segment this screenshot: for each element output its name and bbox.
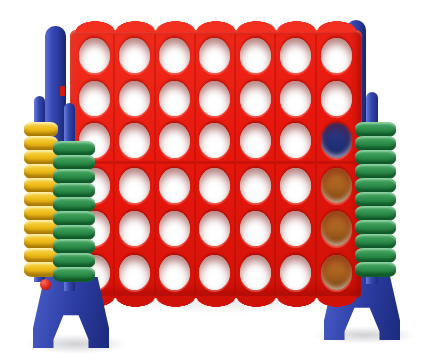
green-disc: [53, 239, 95, 254]
board-cell-c6r6[interactable]: [276, 251, 316, 294]
board-hole: [321, 38, 352, 73]
board-cell-c2r4[interactable]: [115, 164, 155, 207]
board-cell-c5r2[interactable]: [236, 77, 276, 120]
board-hole: [280, 81, 311, 116]
board-cell-c7r1[interactable]: [317, 34, 357, 77]
green-disc: [53, 169, 95, 184]
board-hole: [321, 211, 352, 246]
board-hole: [240, 211, 271, 246]
board-hole: [199, 168, 230, 203]
green-disc: [355, 248, 396, 263]
board-grid: [75, 34, 357, 294]
board-cell-c5r3[interactable]: [236, 121, 276, 164]
green-disc: [53, 183, 95, 198]
board-hole: [321, 123, 352, 158]
green-disc: [53, 267, 95, 282]
board-hole: [199, 123, 230, 158]
red-logo-chip: [60, 86, 65, 96]
board-cell-c5r4[interactable]: [236, 164, 276, 207]
green-disc: [355, 192, 396, 207]
board-cell-c2r1[interactable]: [115, 34, 155, 77]
board-cell-c6r5[interactable]: [276, 207, 316, 250]
board-cell-c3r6[interactable]: [156, 251, 196, 294]
green-disc: [53, 211, 95, 226]
board-hole: [321, 255, 352, 290]
board-cell-c1r2[interactable]: [75, 77, 115, 120]
board-cell-c2r6[interactable]: [115, 251, 155, 294]
board-hole: [240, 123, 271, 158]
board-cell-c7r5[interactable]: [317, 207, 357, 250]
board-hole: [280, 38, 311, 73]
board-scallop-bottom: [75, 296, 357, 308]
board-scallop-top: [75, 20, 357, 32]
green-disc: [355, 234, 396, 249]
board-cell-c4r4[interactable]: [196, 164, 236, 207]
board-hole: [280, 211, 311, 246]
board-hole: [280, 123, 311, 158]
board-cell-c6r4[interactable]: [276, 164, 316, 207]
green-disc: [53, 225, 95, 240]
board-cell-c4r6[interactable]: [196, 251, 236, 294]
board-cell-c4r2[interactable]: [196, 77, 236, 120]
board-hole: [280, 255, 311, 290]
yellow-disc: [24, 122, 58, 137]
board-cell-c2r2[interactable]: [115, 77, 155, 120]
right-green-disc-stack: [355, 123, 396, 277]
board-hole: [199, 81, 230, 116]
green-disc: [53, 155, 95, 170]
board-cell-c7r4[interactable]: [317, 164, 357, 207]
board-hole: [119, 81, 150, 116]
board-hole: [240, 38, 271, 73]
board-hole: [119, 168, 150, 203]
board-cell-c5r6[interactable]: [236, 251, 276, 294]
board-hole: [119, 211, 150, 246]
board-hole: [79, 81, 110, 116]
green-disc: [355, 262, 396, 277]
board-hole: [159, 211, 190, 246]
board-cell-c6r1[interactable]: [276, 34, 316, 77]
board-hole: [240, 168, 271, 203]
board-cell-c2r3[interactable]: [115, 121, 155, 164]
board-hole: [159, 38, 190, 73]
green-disc: [355, 136, 396, 151]
green-disc: [355, 220, 396, 235]
green-disc: [355, 150, 396, 165]
board-cell-c4r5[interactable]: [196, 207, 236, 250]
board-hole: [119, 123, 150, 158]
board-cell-c1r1[interactable]: [75, 34, 115, 77]
board-cell-c2r5[interactable]: [115, 207, 155, 250]
green-disc: [355, 164, 396, 179]
green-disc: [53, 141, 95, 156]
green-disc: [355, 122, 396, 137]
red-lock-knob: [40, 279, 51, 290]
board-cell-c4r1[interactable]: [196, 34, 236, 77]
board-hole: [199, 211, 230, 246]
board-hole: [240, 81, 271, 116]
board-hole: [79, 38, 110, 73]
board-cell-c5r1[interactable]: [236, 34, 276, 77]
board-cell-c3r3[interactable]: [156, 121, 196, 164]
board-hole: [159, 81, 190, 116]
board-cell-c3r2[interactable]: [156, 77, 196, 120]
board-cell-c3r1[interactable]: [156, 34, 196, 77]
board-cell-c7r3[interactable]: [317, 121, 357, 164]
connect-four-board: [70, 30, 362, 298]
giant-connect-four-set: [0, 0, 429, 363]
board-cell-c3r4[interactable]: [156, 164, 196, 207]
board-cell-c4r3[interactable]: [196, 121, 236, 164]
board-hole: [321, 168, 352, 203]
green-disc: [355, 206, 396, 221]
board-hole: [159, 168, 190, 203]
board-cell-c7r6[interactable]: [317, 251, 357, 294]
board-hole: [119, 38, 150, 73]
board-cell-c5r5[interactable]: [236, 207, 276, 250]
board-hole: [280, 168, 311, 203]
board-hole: [321, 81, 352, 116]
board-hole: [240, 255, 271, 290]
green-disc: [355, 178, 396, 193]
board-cell-c7r2[interactable]: [317, 77, 357, 120]
board-cell-c6r3[interactable]: [276, 121, 316, 164]
board-hole: [159, 123, 190, 158]
left-green-disc-stack: [53, 142, 95, 282]
board-cell-c3r5[interactable]: [156, 207, 196, 250]
board-cell-c6r2[interactable]: [276, 77, 316, 120]
green-disc: [53, 197, 95, 212]
green-disc: [53, 253, 95, 268]
board-hole: [199, 38, 230, 73]
board-hole: [199, 255, 230, 290]
board-hole: [159, 255, 190, 290]
board-hole: [119, 255, 150, 290]
